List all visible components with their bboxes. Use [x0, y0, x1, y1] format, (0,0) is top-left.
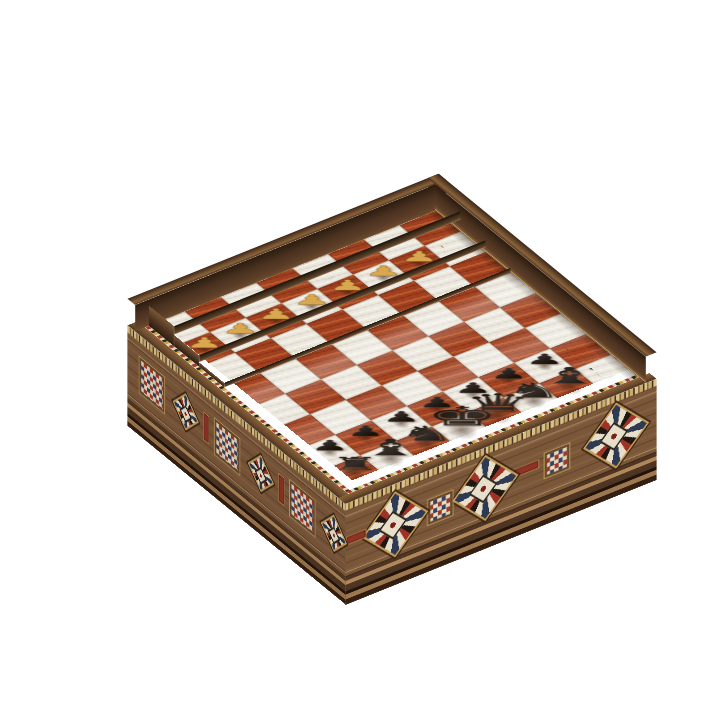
mosaic-medallion-small	[248, 455, 274, 492]
side-panel-left	[127, 325, 345, 605]
piece-shadow	[317, 445, 341, 460]
piece-shadow	[409, 434, 444, 455]
mosaic-medallion-large	[362, 491, 428, 557]
mosaic-square-tile	[545, 443, 570, 478]
black-pawn-piece: ♟	[284, 439, 375, 453]
red-inlay-bar	[279, 474, 284, 504]
mosaic-medallion-large	[583, 402, 649, 468]
black-bishop-piece: ♝	[524, 365, 615, 388]
piece-shadow	[353, 431, 377, 446]
black-king-piece: ♚	[417, 404, 508, 431]
mosaic-medallion-large	[452, 455, 518, 521]
board-square	[346, 385, 407, 420]
black-queen-piece: ♛	[452, 391, 543, 416]
board-square	[310, 400, 371, 435]
chess-box: ♜♞♝♚♛♝♞♜♟♟♟♟♟♟♟♟♟♟♟♟♟♟♟♟♜♝♞♚♛♞♝♜	[127, 200, 656, 504]
black-pawn-piece: ♟	[392, 396, 483, 410]
board-square	[249, 394, 310, 429]
product-photo-stage: ♜♞♝♚♛♝♞♜♟♟♟♟♟♟♟♟♟♟♟♟♟♟♟♟♜♝♞♚♛♞♝♜	[0, 0, 720, 720]
mosaic-medallion-small	[321, 515, 347, 552]
piece-shadow	[516, 390, 551, 411]
board-square	[418, 357, 479, 392]
black-bishop-piece: ♝	[345, 437, 436, 460]
board-square	[539, 369, 600, 404]
piece-shadow	[371, 447, 409, 470]
mosaic-square-tile	[428, 490, 453, 525]
mosaic-medallion-small	[173, 393, 199, 430]
piece-shadow	[425, 402, 449, 417]
board-square	[357, 350, 418, 385]
black-pawn-piece: ♟	[320, 424, 411, 438]
red-inlay-bar	[347, 530, 366, 545]
red-inlay-bar	[204, 413, 209, 443]
side-panel-right	[345, 379, 656, 605]
black-pawn-piece: ♟	[356, 410, 447, 424]
white-pawn-piece: ♟	[159, 336, 250, 350]
board-square	[371, 406, 432, 441]
board-square	[299, 435, 360, 470]
board-square	[407, 392, 468, 427]
inlay-line	[127, 338, 345, 517]
black-knight-piece: ♞	[381, 424, 472, 445]
board-square	[396, 426, 457, 461]
board-square	[335, 420, 396, 455]
piece-shadow	[339, 464, 370, 482]
board-square	[285, 379, 346, 414]
piece-shadow	[389, 416, 413, 431]
board-square	[321, 365, 382, 400]
